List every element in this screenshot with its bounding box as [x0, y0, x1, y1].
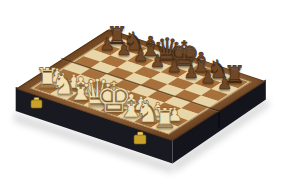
product-photo-scene: ♜♞♝♛♚♝♞♜♟♟♟♟♟♟♟♟♟♟♟♟♟♟♟♟♜♞♝♛♚♝♞♜	[0, 0, 300, 184]
